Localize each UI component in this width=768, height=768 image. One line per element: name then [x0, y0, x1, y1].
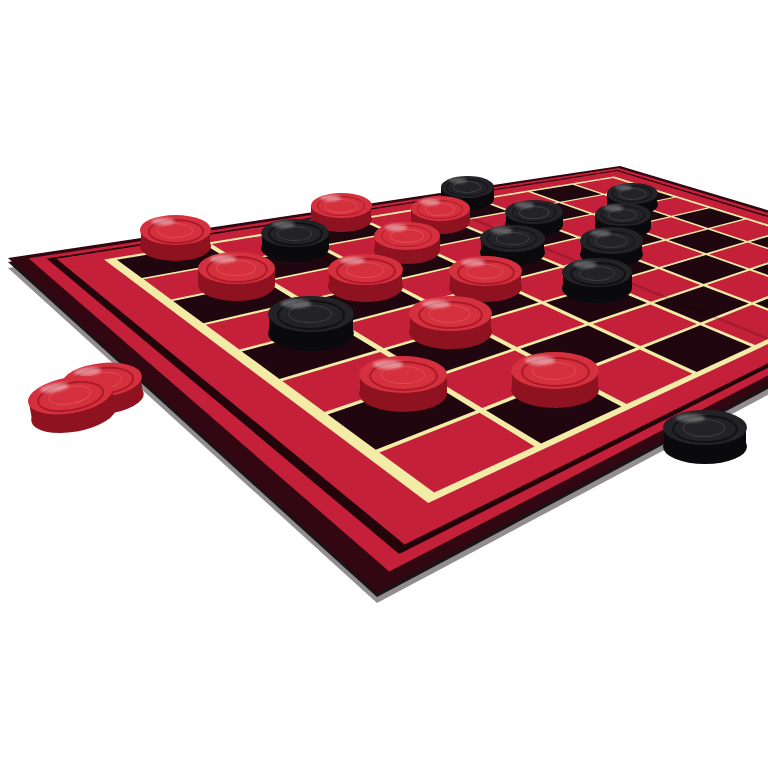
- red-checker-part: [328, 254, 403, 286]
- checker-red[interactable]: [449, 256, 521, 302]
- red-checker-part: [359, 356, 447, 393]
- red-checker-part: [449, 256, 521, 286]
- red-checker-part: [409, 296, 492, 331]
- checker-red[interactable]: [409, 296, 492, 349]
- checker-red[interactable]: [198, 252, 276, 302]
- checker-red[interactable]: [359, 356, 447, 412]
- checker-black[interactable]: [562, 258, 632, 303]
- red-checker-part: [198, 252, 276, 285]
- black-checker-part: [480, 225, 544, 252]
- checker-black-captured[interactable]: [663, 410, 747, 464]
- black-checker-part: [607, 183, 658, 205]
- red-checker-part: [311, 193, 372, 219]
- checker-black[interactable]: [268, 296, 354, 351]
- red-checker-part: [511, 352, 599, 389]
- red-checker-part: [140, 215, 211, 245]
- black-checker-part: [580, 227, 642, 253]
- checker-red[interactable]: [511, 352, 599, 408]
- black-checker-part: [505, 200, 563, 224]
- checkers-photo-scene: [0, 0, 768, 768]
- black-checker-part: [268, 296, 354, 332]
- checker-red[interactable]: [328, 254, 403, 302]
- red-checker-part: [374, 222, 440, 250]
